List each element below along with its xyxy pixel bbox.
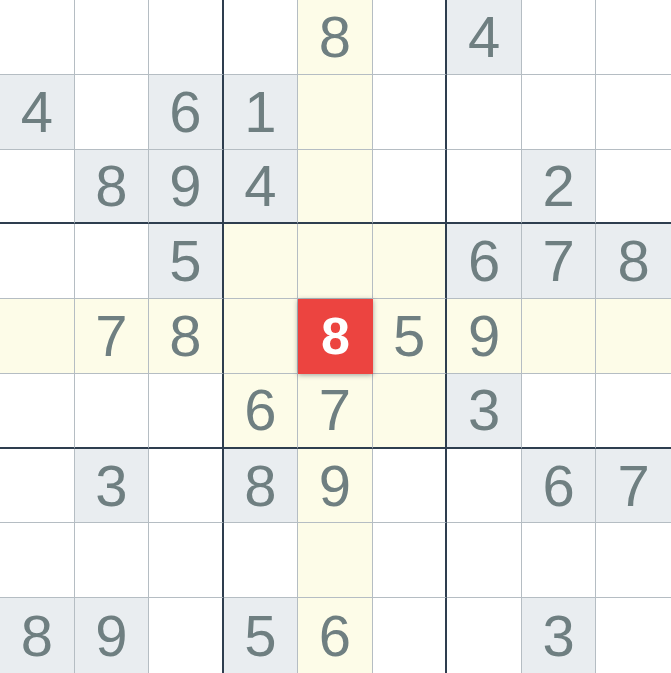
cell-r5c9[interactable] — [596, 299, 671, 374]
cell-r1c6[interactable] — [373, 0, 448, 75]
cell-r9c7[interactable] — [447, 598, 522, 673]
cell-r7c6[interactable] — [373, 449, 448, 524]
cell-r9c5[interactable]: 6 — [298, 598, 373, 673]
cell-r8c6[interactable] — [373, 523, 448, 598]
cell-r6c7[interactable]: 3 — [447, 374, 522, 449]
cell-r8c4[interactable] — [224, 523, 299, 598]
cell-r1c9[interactable] — [596, 0, 671, 75]
cell-r9c6[interactable] — [373, 598, 448, 673]
cell-r3c1[interactable] — [0, 150, 75, 225]
cell-r7c8[interactable]: 6 — [522, 449, 597, 524]
cell-r2c1[interactable]: 4 — [0, 75, 75, 150]
cell-r3c7[interactable] — [447, 150, 522, 225]
cell-r4c9[interactable]: 8 — [596, 224, 671, 299]
cell-r1c5[interactable]: 8 — [298, 0, 373, 75]
cell-r6c6[interactable] — [373, 374, 448, 449]
cell-r7c3[interactable] — [149, 449, 224, 524]
cell-r5c2[interactable]: 7 — [75, 299, 150, 374]
cell-r6c4[interactable]: 6 — [224, 374, 299, 449]
cell-r3c5[interactable] — [298, 150, 373, 225]
cell-r9c3[interactable] — [149, 598, 224, 673]
cell-r3c3[interactable]: 9 — [149, 150, 224, 225]
cell-r7c5[interactable]: 9 — [298, 449, 373, 524]
cell-r5c3[interactable]: 8 — [149, 299, 224, 374]
cell-r2c2[interactable] — [75, 75, 150, 150]
cell-r1c3[interactable] — [149, 0, 224, 75]
cell-r7c7[interactable] — [447, 449, 522, 524]
cell-r4c4[interactable] — [224, 224, 299, 299]
cell-r1c1[interactable] — [0, 0, 75, 75]
cell-r2c6[interactable] — [373, 75, 448, 150]
cell-r2c8[interactable] — [522, 75, 597, 150]
cell-r4c5[interactable] — [298, 224, 373, 299]
cell-r7c9[interactable]: 7 — [596, 449, 671, 524]
cell-r4c3[interactable]: 5 — [149, 224, 224, 299]
cell-r3c2[interactable]: 8 — [75, 150, 150, 225]
cell-r3c6[interactable] — [373, 150, 448, 225]
cell-r9c2[interactable]: 9 — [75, 598, 150, 673]
cell-r2c3[interactable]: 6 — [149, 75, 224, 150]
cell-r5c7[interactable]: 9 — [447, 299, 522, 374]
sudoku-board: 8446189425678788596733896789563 — [0, 0, 671, 673]
cell-r2c7[interactable] — [447, 75, 522, 150]
cell-r7c2[interactable]: 3 — [75, 449, 150, 524]
cell-r6c9[interactable] — [596, 374, 671, 449]
cell-r3c4[interactable]: 4 — [224, 150, 299, 225]
cell-r3c8[interactable]: 2 — [522, 150, 597, 225]
cell-r6c5[interactable]: 7 — [298, 374, 373, 449]
cell-r1c8[interactable] — [522, 0, 597, 75]
cell-r8c2[interactable] — [75, 523, 150, 598]
cell-r8c9[interactable] — [596, 523, 671, 598]
cell-r8c7[interactable] — [447, 523, 522, 598]
cell-r6c2[interactable] — [75, 374, 150, 449]
cell-r4c7[interactable]: 6 — [447, 224, 522, 299]
cell-r8c1[interactable] — [0, 523, 75, 598]
cell-r7c4[interactable]: 8 — [224, 449, 299, 524]
cell-r1c4[interactable] — [224, 0, 299, 75]
cell-r5c6[interactable]: 5 — [373, 299, 448, 374]
cell-r1c7[interactable]: 4 — [447, 0, 522, 75]
cell-r4c6[interactable] — [373, 224, 448, 299]
cell-r9c8[interactable]: 3 — [522, 598, 597, 673]
cell-r4c1[interactable] — [0, 224, 75, 299]
cell-r7c1[interactable] — [0, 449, 75, 524]
cell-r6c1[interactable] — [0, 374, 75, 449]
cell-r8c8[interactable] — [522, 523, 597, 598]
cell-r8c5[interactable] — [298, 523, 373, 598]
cell-r2c9[interactable] — [596, 75, 671, 150]
cell-r9c1[interactable]: 8 — [0, 598, 75, 673]
cell-r6c3[interactable] — [149, 374, 224, 449]
cell-r8c3[interactable] — [149, 523, 224, 598]
cell-r9c9[interactable] — [596, 598, 671, 673]
cell-r5c8[interactable] — [522, 299, 597, 374]
cell-r9c4[interactable]: 5 — [224, 598, 299, 673]
cell-r5c1[interactable] — [0, 299, 75, 374]
cell-r2c5[interactable] — [298, 75, 373, 150]
cell-r4c8[interactable]: 7 — [522, 224, 597, 299]
cell-r6c8[interactable] — [522, 374, 597, 449]
cell-r4c2[interactable] — [75, 224, 150, 299]
cell-r5c4[interactable] — [224, 299, 299, 374]
cell-r3c9[interactable] — [596, 150, 671, 225]
cell-r2c4[interactable]: 1 — [224, 75, 299, 150]
cell-r1c2[interactable] — [75, 0, 150, 75]
cell-r5c5[interactable]: 8 — [298, 299, 373, 374]
